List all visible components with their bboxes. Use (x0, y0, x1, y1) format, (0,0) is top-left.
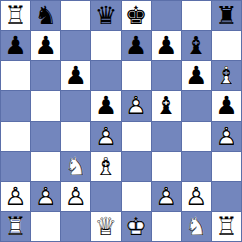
square-d1[interactable]: ♛♕ (91, 212, 120, 241)
square-f8[interactable] (152, 1, 181, 30)
square-g6[interactable]: ♟ (182, 61, 211, 90)
square-h3[interactable] (212, 152, 241, 181)
square-a2[interactable]: ♟♙ (1, 182, 30, 211)
piece-black-pawn: ♟ (182, 61, 211, 90)
square-e3[interactable] (122, 152, 151, 181)
piece-white-queen: ♛♕ (91, 212, 120, 241)
piece-black-bishop: ♝ (152, 91, 181, 120)
piece-black-pawn: ♟ (152, 31, 181, 60)
square-d7[interactable] (91, 31, 120, 60)
piece-black-pawn: ♟ (212, 91, 241, 120)
square-d5[interactable]: ♟ (91, 91, 120, 120)
piece-white-pawn: ♟♙ (122, 91, 151, 120)
square-b2[interactable]: ♟♙ (31, 182, 60, 211)
square-a3[interactable] (1, 152, 30, 181)
square-e5[interactable]: ♟♙ (122, 91, 151, 120)
square-f3[interactable] (152, 152, 181, 181)
square-e1[interactable]: ♚♔ (122, 212, 151, 241)
square-a8[interactable]: ♜♖ (1, 1, 30, 30)
square-a4[interactable] (1, 122, 30, 151)
piece-white-pawn: ♟♙ (212, 122, 241, 151)
piece-black-bishop: ♝ (182, 31, 211, 60)
square-e7[interactable]: ♟ (122, 31, 151, 60)
piece-white-rook: ♜♖ (212, 212, 241, 241)
square-c8[interactable] (61, 1, 90, 30)
square-b7[interactable]: ♟ (31, 31, 60, 60)
square-h1[interactable]: ♜♖ (212, 212, 241, 241)
square-g5[interactable] (182, 91, 211, 120)
square-g4[interactable] (182, 122, 211, 151)
piece-black-pawn: ♟ (122, 31, 151, 60)
square-e8[interactable]: ♚ (122, 1, 151, 30)
piece-white-knight: ♞♘ (61, 152, 90, 181)
square-c6[interactable]: ♟ (61, 61, 90, 90)
square-h8[interactable]: ♜ (212, 1, 241, 30)
square-d3[interactable]: ♝♗ (91, 152, 120, 181)
square-g2[interactable]: ♟♙ (182, 182, 211, 211)
square-c2[interactable]: ♟♙ (61, 182, 90, 211)
square-a7[interactable]: ♟ (1, 31, 30, 60)
square-b1[interactable] (31, 212, 60, 241)
square-f6[interactable] (152, 61, 181, 90)
square-b6[interactable] (31, 61, 60, 90)
square-h7[interactable] (212, 31, 241, 60)
piece-white-king: ♚♔ (122, 212, 151, 241)
square-a5[interactable] (1, 91, 30, 120)
piece-white-bishop: ♝♗ (91, 152, 120, 181)
piece-white-pawn: ♟♙ (152, 182, 181, 211)
square-f7[interactable]: ♟ (152, 31, 181, 60)
square-e4[interactable] (122, 122, 151, 151)
square-b5[interactable] (31, 91, 60, 120)
square-c4[interactable] (61, 122, 90, 151)
square-d4[interactable]: ♟♙ (91, 122, 120, 151)
square-d2[interactable] (91, 182, 120, 211)
square-h4[interactable]: ♟♙ (212, 122, 241, 151)
square-e6[interactable] (122, 61, 151, 90)
square-h5[interactable]: ♟ (212, 91, 241, 120)
square-f4[interactable] (152, 122, 181, 151)
piece-white-rook: ♜♖ (1, 1, 30, 30)
piece-black-pawn: ♟ (31, 31, 60, 60)
square-d6[interactable] (91, 61, 120, 90)
piece-black-pawn: ♟ (91, 91, 120, 120)
square-c1[interactable] (61, 212, 90, 241)
piece-black-rook: ♜ (212, 1, 241, 30)
square-b8[interactable]: ♞ (31, 1, 60, 30)
square-c3[interactable]: ♞♘ (61, 152, 90, 181)
piece-white-pawn: ♟♙ (91, 122, 120, 151)
square-b4[interactable] (31, 122, 60, 151)
square-f1[interactable] (152, 212, 181, 241)
square-c5[interactable] (61, 91, 90, 120)
piece-black-pawn: ♟ (1, 31, 30, 60)
square-g8[interactable] (182, 1, 211, 30)
square-a1[interactable]: ♜♖ (1, 212, 30, 241)
piece-white-rook: ♜♖ (1, 212, 30, 241)
piece-white-pawn: ♟♙ (182, 182, 211, 211)
square-g7[interactable]: ♝ (182, 31, 211, 60)
square-g3[interactable] (182, 152, 211, 181)
piece-black-king: ♚ (122, 1, 151, 30)
square-f5[interactable]: ♝ (152, 91, 181, 120)
chess-board: ♜♖♞♛♚♜♟♟♟♟♝♟♟♝♗♟♟♙♝♟♟♙♟♙♞♘♝♗♟♙♟♙♟♙♟♙♟♙♜♖… (0, 0, 242, 242)
piece-white-pawn: ♟♙ (61, 182, 90, 211)
square-e2[interactable] (122, 182, 151, 211)
square-c7[interactable] (61, 31, 90, 60)
piece-white-pawn: ♟♙ (31, 182, 60, 211)
piece-white-pawn: ♟♙ (1, 182, 30, 211)
piece-black-pawn: ♟ (61, 61, 90, 90)
piece-white-bishop: ♝♗ (212, 61, 241, 90)
square-h2[interactable] (212, 182, 241, 211)
piece-black-knight: ♞ (31, 1, 60, 30)
square-h6[interactable]: ♝♗ (212, 61, 241, 90)
piece-white-knight: ♞♘ (182, 212, 211, 241)
square-f2[interactable]: ♟♙ (152, 182, 181, 211)
square-b3[interactable] (31, 152, 60, 181)
square-d8[interactable]: ♛ (91, 1, 120, 30)
square-a6[interactable] (1, 61, 30, 90)
piece-black-queen: ♛ (91, 1, 120, 30)
square-g1[interactable]: ♞♘ (182, 212, 211, 241)
